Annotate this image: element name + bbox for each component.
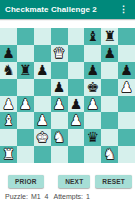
square-g3[interactable] xyxy=(101,112,118,129)
square-a6[interactable]: ♞ xyxy=(0,62,17,79)
square-g4[interactable] xyxy=(101,96,118,113)
square-d5[interactable]: ♟ xyxy=(51,79,68,96)
piece-white-pawn: ♟ xyxy=(36,112,49,129)
square-a2[interactable] xyxy=(0,129,17,146)
square-e2[interactable] xyxy=(68,129,85,146)
square-h5[interactable]: ♟ xyxy=(118,79,135,96)
square-c5[interactable] xyxy=(34,79,51,96)
piece-white-pawn: ♟ xyxy=(120,79,133,96)
piece-white-queen: ♛ xyxy=(53,45,66,62)
square-g6[interactable] xyxy=(101,62,118,79)
piece-black-knight: ♞ xyxy=(2,62,15,79)
square-h8[interactable] xyxy=(118,28,135,45)
square-e4[interactable]: ♟ xyxy=(68,96,85,113)
square-f8[interactable]: ♝ xyxy=(84,28,101,45)
piece-white-bishop: ♝ xyxy=(2,112,15,129)
square-h6[interactable]: ♟ xyxy=(118,62,135,79)
status-line: Puzzle:M1_4Attempts:1 xyxy=(5,193,135,200)
square-g7[interactable]: ♟ xyxy=(101,45,118,62)
square-b4[interactable]: ♟ xyxy=(17,96,34,113)
square-c4[interactable] xyxy=(34,96,51,113)
attempts-value: 1 xyxy=(86,193,90,200)
square-b8[interactable] xyxy=(17,28,34,45)
piece-white-pawn: ♟ xyxy=(70,112,83,129)
square-d1[interactable] xyxy=(51,146,68,163)
square-c8[interactable] xyxy=(34,28,51,45)
square-f4[interactable]: ♟ xyxy=(84,96,101,113)
overflow-menu-icon[interactable]: ⋮ xyxy=(117,5,130,14)
square-d3[interactable] xyxy=(51,112,68,129)
piece-black-pawn: ♟ xyxy=(53,79,66,96)
square-d4[interactable]: ♟ xyxy=(51,96,68,113)
piece-black-rook: ♜ xyxy=(103,28,116,45)
square-f6[interactable]: ♟ xyxy=(84,62,101,79)
square-f1[interactable] xyxy=(84,146,101,163)
puzzle-id: M1_4 xyxy=(31,193,49,200)
square-d6[interactable] xyxy=(51,62,68,79)
piece-black-pawn: ♟ xyxy=(103,45,116,62)
square-h1[interactable] xyxy=(118,146,135,163)
piece-black-king: ♚ xyxy=(87,79,100,96)
square-c1[interactable] xyxy=(34,146,51,163)
square-b3[interactable] xyxy=(17,112,34,129)
square-f7[interactable] xyxy=(84,45,101,62)
square-e6[interactable] xyxy=(68,62,85,79)
piece-white-pawn: ♟ xyxy=(19,96,32,113)
piece-black-pawn: ♟ xyxy=(87,62,100,79)
square-b2[interactable] xyxy=(17,129,34,146)
square-g8[interactable]: ♜ xyxy=(101,28,118,45)
piece-black-pawn: ♟ xyxy=(120,62,133,79)
piece-white-pawn: ♟ xyxy=(87,96,100,113)
piece-white-rook: ♜ xyxy=(2,146,15,163)
square-f2[interactable]: ♛ xyxy=(84,129,101,146)
piece-black-bishop: ♝ xyxy=(87,28,100,45)
piece-white-knight: ♞ xyxy=(103,146,116,163)
square-a3[interactable]: ♝ xyxy=(0,112,17,129)
square-h7[interactable] xyxy=(118,45,135,62)
square-f3[interactable] xyxy=(84,112,101,129)
piece-black-rook: ♜ xyxy=(19,62,32,79)
chess-board: ♝♜♟♛♟♞♜♟♟♟♟♚♟♟♟♟♟♟♝♟♟♚♞♛♜♞ xyxy=(0,28,135,163)
prior-button[interactable]: PRIOR xyxy=(8,175,44,188)
puzzle-controls: PRIOR NEXT RESET xyxy=(8,175,132,188)
square-f5[interactable]: ♚ xyxy=(84,79,101,96)
square-a5[interactable] xyxy=(0,79,17,96)
square-b6[interactable]: ♜ xyxy=(17,62,34,79)
square-e7[interactable] xyxy=(68,45,85,62)
app-bar: Checkmate Challenge 2 ⋮ xyxy=(0,0,135,19)
square-b5[interactable] xyxy=(17,79,34,96)
square-g5[interactable] xyxy=(101,79,118,96)
piece-white-king: ♚ xyxy=(36,129,49,146)
square-c2[interactable]: ♚ xyxy=(34,129,51,146)
square-a1[interactable]: ♜ xyxy=(0,146,17,163)
square-h3[interactable] xyxy=(118,112,135,129)
square-c6[interactable]: ♟ xyxy=(34,62,51,79)
square-a8[interactable] xyxy=(0,28,17,45)
square-e3[interactable]: ♟ xyxy=(68,112,85,129)
square-h2[interactable] xyxy=(118,129,135,146)
piece-black-pawn: ♟ xyxy=(2,45,15,62)
piece-white-pawn: ♟ xyxy=(53,96,66,113)
attempts-label: Attempts: xyxy=(53,193,83,200)
square-c3[interactable]: ♟ xyxy=(34,112,51,129)
square-a4[interactable]: ♟ xyxy=(0,96,17,113)
next-button[interactable]: NEXT xyxy=(58,175,90,188)
square-h4[interactable] xyxy=(118,96,135,113)
square-d8[interactable] xyxy=(51,28,68,45)
reset-button[interactable]: RESET xyxy=(95,175,132,188)
piece-black-pawn: ♟ xyxy=(70,96,83,113)
piece-black-pawn: ♟ xyxy=(36,62,49,79)
square-g1[interactable]: ♞ xyxy=(101,146,118,163)
puzzle-label: Puzzle: xyxy=(5,193,28,200)
square-e5[interactable] xyxy=(68,79,85,96)
square-a7[interactable]: ♟ xyxy=(0,45,17,62)
piece-white-knight: ♞ xyxy=(53,129,66,146)
piece-white-pawn: ♟ xyxy=(2,96,15,113)
piece-black-queen: ♛ xyxy=(87,129,100,146)
square-b7[interactable] xyxy=(17,45,34,62)
square-g2[interactable] xyxy=(101,129,118,146)
app-title: Checkmate Challenge 2 xyxy=(5,5,117,14)
square-d2[interactable]: ♞ xyxy=(51,129,68,146)
square-e8[interactable] xyxy=(68,28,85,45)
square-c7[interactable] xyxy=(34,45,51,62)
square-e1[interactable] xyxy=(68,146,85,163)
square-d7[interactable]: ♛ xyxy=(51,45,68,62)
square-b1[interactable] xyxy=(17,146,34,163)
